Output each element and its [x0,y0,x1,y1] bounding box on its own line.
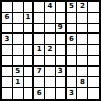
cell-r4-c2[interactable] [13,34,24,45]
cell-r9-c8[interactable] [77,88,88,99]
cell-r4-c9[interactable] [88,34,99,45]
cell-r2-c4[interactable] [34,13,45,24]
cell-r1-c9[interactable] [88,2,99,13]
cell-r5-c5: 2 [45,45,56,56]
cell-r6-c6[interactable] [56,56,67,67]
cell-r3-c4[interactable] [34,24,45,35]
cell-r6-c3[interactable] [24,56,35,67]
cell-r8-c3[interactable] [24,77,35,88]
cell-r1-c7: 5 [67,2,78,13]
cell-r8-c1[interactable] [2,77,13,88]
cell-r4-c3[interactable] [24,34,35,45]
cell-r4-c1: 3 [2,34,13,45]
cell-r3-c2[interactable] [13,24,24,35]
cell-r7-c5[interactable] [45,67,56,78]
cell-r1-c2[interactable] [13,2,24,13]
cell-r6-c8[interactable] [77,56,88,67]
cell-r9-c6[interactable] [56,88,67,99]
cell-r1-c1[interactable] [2,2,13,13]
cell-r4-c7: 6 [67,34,78,45]
cell-r1-c4[interactable] [34,2,45,13]
cell-r5-c7[interactable] [67,45,78,56]
cell-r2-c9[interactable] [88,13,99,24]
cell-r5-c1[interactable] [2,45,13,56]
cell-r4-c4[interactable] [34,34,45,45]
cell-r9-c5[interactable] [45,88,56,99]
cell-r8-c9[interactable] [88,77,99,88]
cell-r9-c9[interactable] [88,88,99,99]
cell-r9-c1[interactable] [2,88,13,99]
cell-r3-c5[interactable] [45,24,56,35]
cell-r2-c1: 6 [2,13,13,24]
cell-r7-c8[interactable] [77,67,88,78]
cell-r5-c9[interactable] [88,45,99,56]
cell-r8-c2: 1 [13,77,24,88]
cell-r7-c2: 5 [13,67,24,78]
cell-r2-c8[interactable] [77,13,88,24]
cell-r1-c5: 4 [45,2,56,13]
cell-r1-c3[interactable] [24,2,35,13]
cell-r7-c3[interactable] [24,67,35,78]
cell-r7-c4: 7 [34,67,45,78]
cell-r3-c8[interactable] [77,24,88,35]
cell-r7-c1[interactable] [2,67,13,78]
cell-r2-c6[interactable] [56,13,67,24]
cell-r1-c6[interactable] [56,2,67,13]
cell-r3-c6: 9 [56,24,67,35]
cell-r3-c1[interactable] [2,24,13,35]
cell-r7-c6: 3 [56,67,67,78]
cell-r8-c4[interactable] [34,77,45,88]
cell-r2-c2[interactable] [13,13,24,24]
cell-r1-c8: 2 [77,2,88,13]
cell-r4-c5[interactable] [45,34,56,45]
cell-r3-c9[interactable] [88,24,99,35]
cell-r9-c7: 3 [67,88,78,99]
cell-r4-c8[interactable] [77,34,88,45]
cell-r5-c4: 1 [34,45,45,56]
cell-r4-c6[interactable] [56,34,67,45]
cell-r6-c2[interactable] [13,56,24,67]
cell-r5-c8[interactable] [77,45,88,56]
cell-r3-c7[interactable] [67,24,78,35]
cell-r2-c5[interactable] [45,13,56,24]
cell-r8-c5[interactable] [45,77,56,88]
cell-r6-c9[interactable] [88,56,99,67]
cell-r5-c2[interactable] [13,45,24,56]
cell-r5-c3[interactable] [24,45,35,56]
cell-r6-c4[interactable] [34,56,45,67]
cell-r5-c6[interactable] [56,45,67,56]
cell-r6-c7[interactable] [67,56,78,67]
cell-r9-c3[interactable] [24,88,35,99]
cell-r7-c7[interactable] [67,67,78,78]
cell-r7-c9[interactable] [88,67,99,78]
cell-r2-c3: 1 [24,13,35,24]
sudoku-board: 45261936125731863 [0,0,101,101]
cell-r6-c5[interactable] [45,56,56,67]
cell-r8-c6[interactable] [56,77,67,88]
cell-r8-c7[interactable] [67,77,78,88]
cell-r6-c1[interactable] [2,56,13,67]
cell-r9-c2[interactable] [13,88,24,99]
cell-r9-c4: 6 [34,88,45,99]
cell-r3-c3[interactable] [24,24,35,35]
cell-r2-c7[interactable] [67,13,78,24]
cell-r8-c8: 8 [77,77,88,88]
